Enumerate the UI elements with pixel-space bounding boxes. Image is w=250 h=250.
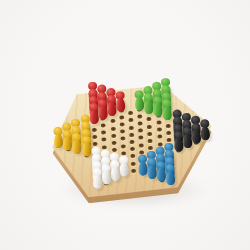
board-hole[interactable] (129, 125, 134, 129)
board-hole[interactable] (147, 117, 152, 121)
board-hole[interactable] (138, 121, 143, 125)
board-hole[interactable] (121, 144, 126, 148)
board-hole[interactable] (110, 126, 115, 130)
board-hole[interactable] (110, 119, 115, 123)
board-hole[interactable] (92, 127, 97, 131)
board-hole[interactable] (166, 131, 171, 135)
peg-body (101, 170, 111, 184)
peg-body (116, 97, 126, 111)
board-hole[interactable] (130, 154, 135, 158)
board-hole[interactable] (111, 134, 116, 138)
peg-body (191, 129, 201, 143)
board-hole[interactable] (111, 141, 116, 145)
board-hole[interactable] (120, 137, 125, 141)
board-hole[interactable] (120, 130, 125, 134)
board-hole[interactable] (102, 138, 107, 142)
peg-body (166, 170, 176, 184)
board-perspective-wrapper (0, 0, 250, 250)
peg-body (89, 110, 99, 124)
peg-body (107, 101, 117, 115)
peg-body (98, 106, 108, 120)
board-hole[interactable] (137, 114, 142, 118)
board-hole[interactable] (129, 133, 134, 137)
board-hole[interactable] (119, 115, 124, 119)
board-hole[interactable] (139, 143, 144, 147)
board-hole[interactable] (130, 147, 135, 151)
board-hole[interactable] (128, 118, 133, 122)
peg-body (92, 174, 102, 188)
peg-white[interactable] (92, 168, 103, 189)
board-hole[interactable] (131, 169, 136, 173)
peg-body (173, 138, 183, 152)
board-hole[interactable] (147, 132, 152, 136)
board-hole[interactable] (138, 136, 143, 140)
peg-field (0, 0, 250, 250)
product-photo-stage (0, 0, 250, 250)
peg-body (119, 162, 129, 176)
peg-blue[interactable] (165, 164, 176, 185)
peg-body (200, 125, 210, 139)
board-hole[interactable] (101, 123, 106, 127)
board-hole[interactable] (128, 111, 133, 115)
board-hole[interactable] (101, 131, 106, 135)
peg-body (182, 134, 192, 148)
peg-body (110, 166, 120, 180)
board-hole[interactable] (119, 122, 124, 126)
board-hole[interactable] (157, 135, 162, 139)
board-hole[interactable] (92, 135, 97, 139)
board-hole[interactable] (156, 120, 161, 124)
board-hole[interactable] (131, 161, 136, 165)
board-hole[interactable] (148, 139, 153, 143)
board-hole[interactable] (138, 129, 143, 133)
board-hole[interactable] (165, 124, 170, 128)
board-hole[interactable] (147, 125, 152, 129)
board-hole[interactable] (130, 140, 135, 144)
board-hole[interactable] (156, 128, 161, 132)
